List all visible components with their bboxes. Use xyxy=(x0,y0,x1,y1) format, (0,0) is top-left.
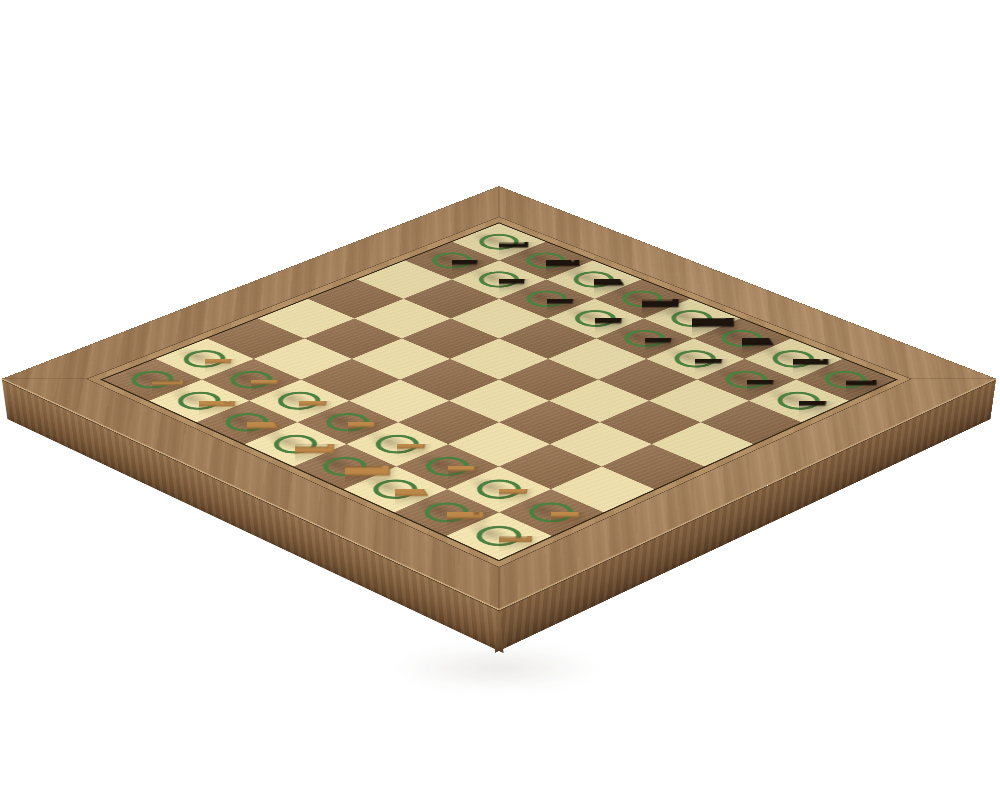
product-photo-scene: ♜♞♝♛♚♝♞♜♟♟♟♟♟♟♟♟♟♟♟♟♟♟♟♟♜♞♝♛♚♝♞♜ xyxy=(0,0,1000,800)
square-g6[interactable] xyxy=(649,380,749,423)
square-h4[interactable] xyxy=(602,444,705,489)
square-h5[interactable] xyxy=(652,422,754,466)
square-f5[interactable] xyxy=(549,380,649,423)
square-g5[interactable] xyxy=(600,401,701,444)
chess-board: ♜♞♝♛♚♝♞♜♟♟♟♟♟♟♟♟♟♟♟♟♟♟♟♟♜♞♝♛♚♝♞♜ xyxy=(1,186,997,610)
